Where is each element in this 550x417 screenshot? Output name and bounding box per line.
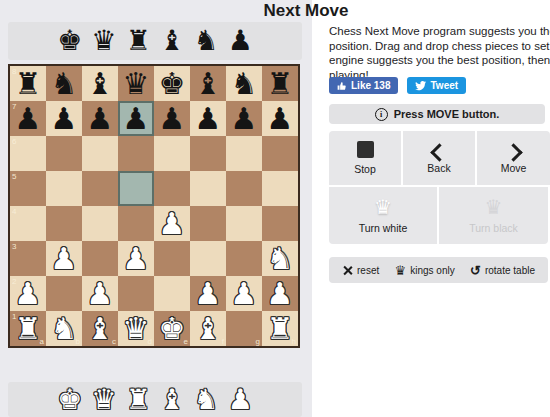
white-pawn[interactable]: ♟	[159, 206, 186, 241]
square-g4[interactable]	[226, 206, 262, 241]
square-d8[interactable]: ♛	[118, 66, 154, 101]
stop-label: Stop	[354, 163, 376, 175]
black-pawn[interactable]: ♟	[195, 101, 222, 136]
tray-white-king[interactable]: ♚	[57, 386, 82, 414]
white-knight[interactable]: ♞	[267, 241, 294, 276]
square-c2[interactable]: ♟	[82, 276, 118, 311]
board-options-bar: reset ♛ kings only ↺ rotate table	[329, 257, 548, 283]
black-king[interactable]: ♚	[159, 66, 186, 101]
square-g5[interactable]	[226, 171, 262, 206]
black-queen[interactable]: ♛	[123, 66, 150, 101]
black-rook[interactable]: ♜	[267, 66, 294, 101]
square-f5[interactable]	[190, 171, 226, 206]
white-king[interactable]: ♚	[159, 311, 186, 346]
white-bishop[interactable]: ♝	[87, 311, 114, 346]
square-g6[interactable]	[226, 136, 262, 171]
file-label-b: b	[76, 337, 80, 346]
square-d7[interactable]: ♟	[118, 101, 154, 136]
tray-black-king[interactable]: ♚	[57, 27, 82, 55]
rotate-table-button[interactable]: ↺ rotate table	[470, 264, 535, 277]
square-c7[interactable]: ♟	[82, 101, 118, 136]
white-pawn[interactable]: ♟	[15, 276, 42, 311]
turn-black-button[interactable]: ♛ Turn black	[439, 187, 548, 244]
rank-label-2: 2	[12, 277, 16, 286]
square-f7[interactable]: ♟	[190, 101, 226, 136]
white-queen[interactable]: ♛	[123, 311, 150, 346]
square-h4[interactable]	[262, 206, 298, 241]
black-bishop[interactable]: ♝	[195, 66, 222, 101]
back-label: Back	[427, 162, 450, 174]
black-pawn[interactable]: ♟	[267, 101, 294, 136]
rank-label-7: 7	[12, 102, 16, 111]
tray-white-knight[interactable]: ♞	[194, 386, 219, 414]
chevron-right-icon	[504, 143, 522, 161]
control-panel: Stop Back Move ♛ Turn white ♛ Turn black	[329, 131, 548, 244]
square-b7[interactable]: ♟	[46, 101, 82, 136]
square-b4[interactable]	[46, 206, 82, 241]
square-b2[interactable]	[46, 276, 82, 311]
square-b6[interactable]	[46, 136, 82, 171]
square-e6[interactable]	[154, 136, 190, 171]
square-c8[interactable]: ♝	[82, 66, 118, 101]
turn-black-label: Turn black	[469, 222, 518, 234]
chess-board: 8♜♞♝♛♚♝♞♜7♟♟♟♟♟♟♟♟654♟3♟♟♞2♟♟♟♟♟1a♜b♞c♝d…	[8, 64, 300, 348]
square-a8[interactable]: 8♜	[10, 66, 46, 101]
square-e3[interactable]	[154, 241, 190, 276]
x-icon	[342, 265, 353, 276]
square-h5[interactable]	[262, 171, 298, 206]
square-h7[interactable]: ♟	[262, 101, 298, 136]
tray-black-rook[interactable]: ♜	[125, 27, 150, 55]
black-piece-tray: ♚♛♜♝♞♟	[8, 22, 302, 60]
square-e2[interactable]	[154, 276, 190, 311]
square-e8[interactable]: ♚	[154, 66, 190, 101]
share-row: Like 138 Tweet	[329, 77, 466, 94]
square-b1[interactable]: b♞	[46, 311, 82, 346]
square-f4[interactable]	[190, 206, 226, 241]
square-h2[interactable]: ♟	[262, 276, 298, 311]
rank-label-3: 3	[12, 242, 16, 251]
square-f3[interactable]	[190, 241, 226, 276]
file-label-e: e	[184, 337, 188, 346]
square-e4[interactable]: ♟	[154, 206, 190, 241]
square-e7[interactable]: ♟	[154, 101, 190, 136]
white-crown-icon: ♛	[374, 197, 392, 217]
white-pawn[interactable]: ♟	[51, 241, 78, 276]
black-pawn[interactable]: ♟	[15, 101, 42, 136]
rotate-icon: ↺	[470, 264, 481, 277]
black-pawn[interactable]: ♟	[87, 101, 114, 136]
file-label-f: f	[222, 337, 224, 346]
square-a3[interactable]: 3	[10, 241, 46, 276]
square-f2[interactable]: ♟	[190, 276, 226, 311]
reset-label: reset	[357, 265, 379, 276]
square-b5[interactable]	[46, 171, 82, 206]
turn-white-button[interactable]: ♛ Turn white	[329, 187, 437, 244]
square-a5[interactable]: 5	[10, 171, 46, 206]
square-a4[interactable]: 4	[10, 206, 46, 241]
info-icon: i	[375, 108, 388, 121]
black-knight[interactable]: ♞	[51, 66, 78, 101]
white-rook[interactable]: ♜	[15, 311, 42, 346]
black-pawn[interactable]: ♟	[159, 101, 186, 136]
square-d3[interactable]: ♟	[118, 241, 154, 276]
stop-button[interactable]: Stop	[329, 131, 401, 185]
square-d4[interactable]	[118, 206, 154, 241]
chevron-left-icon	[430, 143, 448, 161]
turn-white-label: Turn white	[359, 222, 408, 234]
reset-button[interactable]: reset	[342, 265, 379, 276]
tray-black-bishop[interactable]: ♝	[160, 27, 185, 55]
rank-label-4: 4	[12, 207, 16, 216]
page-title: Next Move	[0, 1, 550, 21]
move-label: Move	[501, 162, 527, 174]
square-g1[interactable]: g	[226, 311, 262, 346]
rank-label-6: 6	[12, 137, 16, 146]
black-pawn[interactable]: ♟	[123, 101, 150, 136]
square-d5[interactable]	[118, 171, 154, 206]
square-a6[interactable]: 6	[10, 136, 46, 171]
tray-white-bishop[interactable]: ♝	[160, 386, 185, 414]
white-piece-tray: ♚♛♜♝♞♟	[8, 382, 302, 417]
thumbs-up-icon	[337, 81, 347, 91]
square-h8[interactable]: ♜	[262, 66, 298, 101]
white-pawn[interactable]: ♟	[195, 276, 222, 311]
square-g2[interactable]: ♟	[226, 276, 262, 311]
square-g8[interactable]: ♞	[226, 66, 262, 101]
square-e5[interactable]	[154, 171, 190, 206]
rank-label-5: 5	[12, 172, 16, 181]
tray-black-queen[interactable]: ♛	[91, 27, 116, 55]
black-bishop[interactable]: ♝	[87, 66, 114, 101]
square-c5[interactable]	[82, 171, 118, 206]
tweet-label: Tweet	[430, 80, 458, 91]
square-c3[interactable]	[82, 241, 118, 276]
white-pawn[interactable]: ♟	[123, 241, 150, 276]
kings-only-button[interactable]: ♛ kings only	[395, 264, 455, 277]
like-count-label: Like 138	[351, 80, 390, 91]
square-a7[interactable]: 7♟	[10, 101, 46, 136]
square-c6[interactable]	[82, 136, 118, 171]
black-knight[interactable]: ♞	[231, 66, 258, 101]
white-knight[interactable]: ♞	[51, 311, 78, 346]
file-label-a: a	[40, 337, 44, 346]
square-d6[interactable]	[118, 136, 154, 171]
tray-white-queen[interactable]: ♛	[91, 386, 116, 414]
tray-black-pawn[interactable]: ♟	[228, 27, 253, 55]
square-a2[interactable]: 2♟	[10, 276, 46, 311]
white-rook[interactable]: ♜	[267, 311, 294, 346]
tweet-button[interactable]: Tweet	[407, 77, 466, 94]
twitter-bird-icon	[415, 80, 426, 91]
square-c1[interactable]: c♝	[82, 311, 118, 346]
square-h6[interactable]	[262, 136, 298, 171]
square-g7[interactable]: ♟	[226, 101, 262, 136]
tray-white-pawn[interactable]: ♟	[228, 386, 253, 414]
tray-black-knight[interactable]: ♞	[194, 27, 219, 55]
status-bar: i Press MOVE button.	[329, 104, 545, 124]
tray-white-rook[interactable]: ♜	[125, 386, 150, 414]
file-label-c: c	[112, 337, 116, 346]
square-g3[interactable]	[226, 241, 262, 276]
square-b3[interactable]: ♟	[46, 241, 82, 276]
square-h3[interactable]: ♞	[262, 241, 298, 276]
square-e1[interactable]: e♚	[154, 311, 190, 346]
move-button[interactable]: Move	[477, 131, 550, 185]
white-pawn[interactable]: ♟	[231, 276, 258, 311]
black-crown-icon: ♛	[485, 197, 503, 217]
square-c4[interactable]	[82, 206, 118, 241]
black-pawn[interactable]: ♟	[51, 101, 78, 136]
file-label-h: h	[292, 337, 296, 346]
status-text: Press MOVE button.	[394, 108, 500, 120]
rotate-table-label: rotate table	[485, 265, 535, 276]
crown-icon: ♛	[395, 264, 407, 277]
back-button[interactable]: Back	[403, 131, 475, 185]
facebook-like-button[interactable]: Like 138	[329, 77, 398, 94]
file-label-d: d	[148, 337, 152, 346]
square-a1[interactable]: 1a♜	[10, 311, 46, 346]
square-f6[interactable]	[190, 136, 226, 171]
file-label-g: g	[256, 337, 260, 346]
rank-label-1: 1	[12, 312, 16, 321]
square-f8[interactable]: ♝	[190, 66, 226, 101]
white-bishop[interactable]: ♝	[195, 311, 222, 346]
black-rook[interactable]: ♜	[15, 66, 42, 101]
white-pawn[interactable]: ♟	[87, 276, 114, 311]
rank-label-8: 8	[12, 67, 16, 76]
square-f1[interactable]: f♝	[190, 311, 226, 346]
white-pawn[interactable]: ♟	[267, 276, 294, 311]
kings-only-label: kings only	[410, 265, 454, 276]
square-d1[interactable]: d♛	[118, 311, 154, 346]
square-b8[interactable]: ♞	[46, 66, 82, 101]
square-h1[interactable]: h♜	[262, 311, 298, 346]
stop-icon	[357, 141, 374, 158]
square-d2[interactable]	[118, 276, 154, 311]
black-pawn[interactable]: ♟	[231, 101, 258, 136]
description-text: Chess Next Move program suggests you the…	[329, 24, 550, 82]
